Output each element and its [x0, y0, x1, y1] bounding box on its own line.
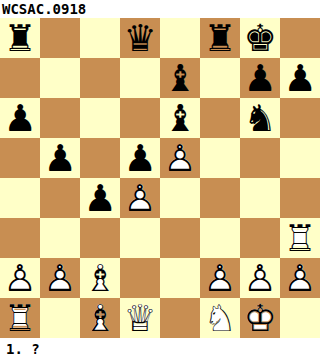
piece-white-king: ♔ [240, 298, 280, 338]
piece-black-pawn: ♟ [80, 178, 120, 218]
puzzle-title: WCSAC.0918 [0, 0, 86, 18]
piece-white-pawn: ♙ [120, 178, 160, 218]
square-a1[interactable]: ♜♖ [0, 298, 40, 338]
square-d2[interactable] [120, 258, 160, 298]
square-g6[interactable]: ♞ [240, 98, 280, 138]
square-d1[interactable]: ♛♕ [120, 298, 160, 338]
square-a7[interactable] [0, 58, 40, 98]
piece-black-rook: ♜ [0, 18, 40, 58]
square-e6[interactable]: ♝ [160, 98, 200, 138]
piece-black-knight: ♞ [240, 98, 280, 138]
piece-black-bishop: ♝ [160, 58, 200, 98]
square-e7[interactable]: ♝ [160, 58, 200, 98]
square-h1[interactable] [280, 298, 320, 338]
square-c8[interactable] [80, 18, 120, 58]
puzzle-window: WCSAC.0918 ♜♛♜♚♝♟♟♟♝♞♟♟♟♙♟♟♙♜♖♟♙♟♙♝♗♟♙♟♙… [0, 0, 320, 360]
square-e3[interactable] [160, 218, 200, 258]
square-c6[interactable] [80, 98, 120, 138]
square-h4[interactable] [280, 178, 320, 218]
square-a4[interactable] [0, 178, 40, 218]
piece-white-pawn: ♙ [0, 258, 40, 298]
square-h2[interactable]: ♟♙ [280, 258, 320, 298]
piece-black-pawn: ♟ [280, 58, 320, 98]
piece-white-pawn: ♙ [160, 138, 200, 178]
square-b3[interactable] [40, 218, 80, 258]
square-d3[interactable] [120, 218, 160, 258]
square-d7[interactable] [120, 58, 160, 98]
square-h8[interactable] [280, 18, 320, 58]
piece-white-rook: ♖ [0, 298, 40, 338]
square-g5[interactable] [240, 138, 280, 178]
chess-board: ♜♛♜♚♝♟♟♟♝♞♟♟♟♙♟♟♙♜♖♟♙♟♙♝♗♟♙♟♙♟♙♜♖♝♗♛♕♞♘♚… [0, 18, 320, 338]
square-h6[interactable] [280, 98, 320, 138]
piece-black-pawn: ♟ [40, 138, 80, 178]
square-f4[interactable] [200, 178, 240, 218]
square-c3[interactable] [80, 218, 120, 258]
piece-black-pawn: ♟ [120, 138, 160, 178]
square-e2[interactable] [160, 258, 200, 298]
square-g1[interactable]: ♚♔ [240, 298, 280, 338]
piece-black-pawn: ♟ [0, 98, 40, 138]
piece-black-rook: ♜ [200, 18, 240, 58]
square-f1[interactable]: ♞♘ [200, 298, 240, 338]
square-f8[interactable]: ♜ [200, 18, 240, 58]
piece-white-pawn: ♙ [40, 258, 80, 298]
square-a3[interactable] [0, 218, 40, 258]
square-b4[interactable] [40, 178, 80, 218]
square-c2[interactable]: ♝♗ [80, 258, 120, 298]
square-h3[interactable]: ♜♖ [280, 218, 320, 258]
piece-white-bishop: ♗ [80, 298, 120, 338]
piece-white-pawn: ♙ [200, 258, 240, 298]
square-f6[interactable] [200, 98, 240, 138]
piece-white-pawn: ♙ [280, 258, 320, 298]
square-b7[interactable] [40, 58, 80, 98]
square-b6[interactable] [40, 98, 80, 138]
square-f7[interactable] [200, 58, 240, 98]
piece-white-rook: ♖ [280, 218, 320, 258]
square-c5[interactable] [80, 138, 120, 178]
square-c1[interactable]: ♝♗ [80, 298, 120, 338]
square-a6[interactable]: ♟ [0, 98, 40, 138]
piece-black-queen: ♛ [120, 18, 160, 58]
square-e1[interactable] [160, 298, 200, 338]
square-a5[interactable] [0, 138, 40, 178]
square-f3[interactable] [200, 218, 240, 258]
square-d4[interactable]: ♟♙ [120, 178, 160, 218]
square-e5[interactable]: ♟♙ [160, 138, 200, 178]
piece-white-knight: ♘ [200, 298, 240, 338]
piece-black-king: ♚ [240, 18, 280, 58]
square-h5[interactable] [280, 138, 320, 178]
square-h7[interactable]: ♟ [280, 58, 320, 98]
piece-black-bishop: ♝ [160, 98, 200, 138]
square-d8[interactable]: ♛ [120, 18, 160, 58]
square-c7[interactable] [80, 58, 120, 98]
square-g8[interactable]: ♚ [240, 18, 280, 58]
status-bar: 1. ? [0, 338, 320, 360]
square-b2[interactable]: ♟♙ [40, 258, 80, 298]
piece-black-pawn: ♟ [240, 58, 280, 98]
square-a8[interactable]: ♜ [0, 18, 40, 58]
square-g3[interactable] [240, 218, 280, 258]
square-g2[interactable]: ♟♙ [240, 258, 280, 298]
square-b1[interactable] [40, 298, 80, 338]
square-g7[interactable]: ♟ [240, 58, 280, 98]
piece-white-queen: ♕ [120, 298, 160, 338]
square-d6[interactable] [120, 98, 160, 138]
square-e8[interactable] [160, 18, 200, 58]
piece-white-pawn: ♙ [240, 258, 280, 298]
square-b5[interactable]: ♟ [40, 138, 80, 178]
square-d5[interactable]: ♟ [120, 138, 160, 178]
title-bar: WCSAC.0918 [0, 0, 320, 18]
square-b8[interactable] [40, 18, 80, 58]
square-g4[interactable] [240, 178, 280, 218]
piece-white-bishop: ♗ [80, 258, 120, 298]
move-prompt: 1. ? [0, 338, 40, 360]
square-e4[interactable] [160, 178, 200, 218]
square-f5[interactable] [200, 138, 240, 178]
square-a2[interactable]: ♟♙ [0, 258, 40, 298]
square-f2[interactable]: ♟♙ [200, 258, 240, 298]
square-c4[interactable]: ♟ [80, 178, 120, 218]
